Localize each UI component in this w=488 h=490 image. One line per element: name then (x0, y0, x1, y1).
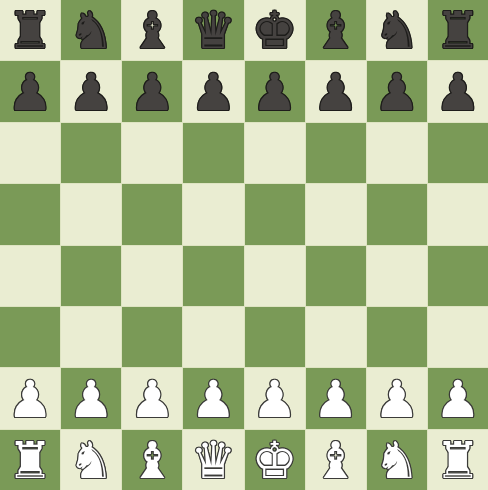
square-d1[interactable]: ♛ (183, 430, 243, 490)
piece-white-pawn[interactable]: ♟ (435, 371, 481, 429)
square-g2[interactable]: ♟ (367, 368, 427, 428)
square-a6[interactable] (0, 123, 60, 183)
piece-white-rook[interactable]: ♜ (435, 432, 481, 490)
square-b4[interactable] (61, 246, 121, 306)
square-f5[interactable] (306, 184, 366, 244)
square-b8[interactable]: ♞ (61, 0, 121, 60)
square-g6[interactable] (367, 123, 427, 183)
chess-board-wrapper: ♜♞♝♛♚♝♞♜♟♟♟♟♟♟♟♟♟♟♟♟♟♟♟♟♜♞♝♛♚♝♞♜ (0, 0, 488, 490)
square-f7[interactable]: ♟ (306, 61, 366, 121)
piece-black-pawn[interactable]: ♟ (68, 64, 114, 122)
square-c2[interactable]: ♟ (122, 368, 182, 428)
piece-white-pawn[interactable]: ♟ (129, 371, 175, 429)
square-d7[interactable]: ♟ (183, 61, 243, 121)
square-g4[interactable] (367, 246, 427, 306)
square-c1[interactable]: ♝ (122, 430, 182, 490)
square-f4[interactable] (306, 246, 366, 306)
square-f3[interactable] (306, 307, 366, 367)
square-e4[interactable] (245, 246, 305, 306)
square-d8[interactable]: ♛ (183, 0, 243, 60)
square-d3[interactable] (183, 307, 243, 367)
square-f8[interactable]: ♝ (306, 0, 366, 60)
piece-black-pawn[interactable]: ♟ (435, 64, 481, 122)
piece-white-pawn[interactable]: ♟ (252, 371, 298, 429)
square-a3[interactable] (0, 307, 60, 367)
piece-white-knight[interactable]: ♞ (68, 432, 114, 490)
piece-black-queen[interactable]: ♛ (191, 2, 237, 60)
square-a4[interactable] (0, 246, 60, 306)
piece-black-knight[interactable]: ♞ (374, 2, 420, 60)
piece-black-pawn[interactable]: ♟ (129, 64, 175, 122)
square-b1[interactable]: ♞ (61, 430, 121, 490)
piece-white-queen[interactable]: ♛ (191, 432, 237, 490)
square-d4[interactable] (183, 246, 243, 306)
piece-white-bishop[interactable]: ♝ (313, 432, 359, 490)
square-h3[interactable] (428, 307, 488, 367)
square-c7[interactable]: ♟ (122, 61, 182, 121)
square-a8[interactable]: ♜ (0, 0, 60, 60)
square-e2[interactable]: ♟ (245, 368, 305, 428)
square-f2[interactable]: ♟ (306, 368, 366, 428)
square-a7[interactable]: ♟ (0, 61, 60, 121)
square-a2[interactable]: ♟ (0, 368, 60, 428)
square-g7[interactable]: ♟ (367, 61, 427, 121)
square-h2[interactable]: ♟ (428, 368, 488, 428)
square-h6[interactable] (428, 123, 488, 183)
piece-white-rook[interactable]: ♜ (7, 432, 53, 490)
piece-black-pawn[interactable]: ♟ (252, 64, 298, 122)
square-g1[interactable]: ♞ (367, 430, 427, 490)
square-e8[interactable]: ♚ (245, 0, 305, 60)
piece-black-pawn[interactable]: ♟ (191, 64, 237, 122)
square-c5[interactable] (122, 184, 182, 244)
square-d2[interactable]: ♟ (183, 368, 243, 428)
piece-white-pawn[interactable]: ♟ (191, 371, 237, 429)
square-e5[interactable] (245, 184, 305, 244)
square-h5[interactable] (428, 184, 488, 244)
piece-white-pawn[interactable]: ♟ (374, 371, 420, 429)
square-b3[interactable] (61, 307, 121, 367)
piece-black-bishop[interactable]: ♝ (313, 2, 359, 60)
square-b6[interactable] (61, 123, 121, 183)
square-e1[interactable]: ♚ (245, 430, 305, 490)
square-b2[interactable]: ♟ (61, 368, 121, 428)
piece-black-king[interactable]: ♚ (252, 2, 298, 60)
square-a1[interactable]: ♜ (0, 430, 60, 490)
square-d5[interactable] (183, 184, 243, 244)
piece-black-pawn[interactable]: ♟ (374, 64, 420, 122)
piece-white-knight[interactable]: ♞ (374, 432, 420, 490)
square-c4[interactable] (122, 246, 182, 306)
square-h7[interactable]: ♟ (428, 61, 488, 121)
piece-black-bishop[interactable]: ♝ (129, 2, 175, 60)
piece-white-king[interactable]: ♚ (252, 432, 298, 490)
chess-board: ♜♞♝♛♚♝♞♜♟♟♟♟♟♟♟♟♟♟♟♟♟♟♟♟♜♞♝♛♚♝♞♜ (0, 0, 488, 490)
square-c8[interactable]: ♝ (122, 0, 182, 60)
piece-black-knight[interactable]: ♞ (68, 2, 114, 60)
piece-white-bishop[interactable]: ♝ (129, 432, 175, 490)
piece-black-rook[interactable]: ♜ (435, 2, 481, 60)
square-b5[interactable] (61, 184, 121, 244)
square-d6[interactable] (183, 123, 243, 183)
square-f1[interactable]: ♝ (306, 430, 366, 490)
piece-black-pawn[interactable]: ♟ (7, 64, 53, 122)
square-e7[interactable]: ♟ (245, 61, 305, 121)
square-a5[interactable] (0, 184, 60, 244)
piece-white-pawn[interactable]: ♟ (7, 371, 53, 429)
square-h8[interactable]: ♜ (428, 0, 488, 60)
square-g5[interactable] (367, 184, 427, 244)
piece-black-rook[interactable]: ♜ (7, 2, 53, 60)
piece-black-pawn[interactable]: ♟ (313, 64, 359, 122)
square-g8[interactable]: ♞ (367, 0, 427, 60)
square-h4[interactable] (428, 246, 488, 306)
square-e6[interactable] (245, 123, 305, 183)
square-e3[interactable] (245, 307, 305, 367)
square-g3[interactable] (367, 307, 427, 367)
square-b7[interactable]: ♟ (61, 61, 121, 121)
piece-white-pawn[interactable]: ♟ (68, 371, 114, 429)
square-c3[interactable] (122, 307, 182, 367)
square-h1[interactable]: ♜ (428, 430, 488, 490)
square-c6[interactable] (122, 123, 182, 183)
square-f6[interactable] (306, 123, 366, 183)
piece-white-pawn[interactable]: ♟ (313, 371, 359, 429)
